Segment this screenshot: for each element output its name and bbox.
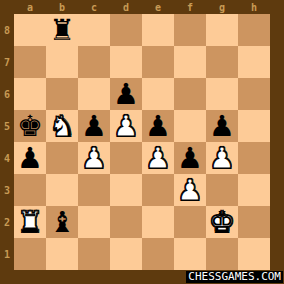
square-b8[interactable]: ♜ (46, 14, 78, 46)
square-g7[interactable] (206, 46, 238, 78)
rank-label-3: 3 (0, 174, 14, 206)
square-a7[interactable] (14, 46, 46, 78)
square-h2[interactable] (238, 206, 270, 238)
file-label-d: d (110, 0, 142, 14)
white-king[interactable]: ♚ (209, 206, 235, 238)
square-a1[interactable] (14, 238, 46, 270)
square-c2[interactable] (78, 206, 110, 238)
square-a3[interactable] (14, 174, 46, 206)
white-pawn[interactable]: ♟ (145, 142, 171, 174)
square-f2[interactable] (174, 206, 206, 238)
rank-label-1: 1 (0, 238, 14, 270)
black-pawn[interactable]: ♟ (17, 142, 43, 174)
file-label-h: h (238, 0, 270, 14)
square-e8[interactable] (142, 14, 174, 46)
white-pawn[interactable]: ♟ (177, 174, 203, 206)
square-f5[interactable] (174, 110, 206, 142)
file-label-b: b (46, 0, 78, 14)
rank-label-7: 7 (0, 46, 14, 78)
square-d2[interactable] (110, 206, 142, 238)
square-f1[interactable] (174, 238, 206, 270)
square-g3[interactable] (206, 174, 238, 206)
square-a4[interactable]: ♟ (14, 142, 46, 174)
board: ♜♟♚♞♟♟♟♟♟♟♟♟♟♟♜♝♚ (14, 14, 270, 270)
rank-label-2: 2 (0, 206, 14, 238)
square-c6[interactable] (78, 78, 110, 110)
square-a8[interactable] (14, 14, 46, 46)
file-label-g: g (206, 0, 238, 14)
square-g6[interactable] (206, 78, 238, 110)
square-h3[interactable] (238, 174, 270, 206)
square-g2[interactable]: ♚ (206, 206, 238, 238)
square-d5[interactable]: ♟ (110, 110, 142, 142)
black-bishop[interactable]: ♝ (49, 206, 75, 238)
file-label-a: a (14, 0, 46, 14)
square-c4[interactable]: ♟ (78, 142, 110, 174)
square-e5[interactable]: ♟ (142, 110, 174, 142)
square-h1[interactable] (238, 238, 270, 270)
square-d4[interactable] (110, 142, 142, 174)
square-c5[interactable]: ♟ (78, 110, 110, 142)
black-rook[interactable]: ♜ (49, 14, 75, 46)
square-e2[interactable] (142, 206, 174, 238)
square-f6[interactable] (174, 78, 206, 110)
file-label-c: c (78, 0, 110, 14)
square-g5[interactable]: ♟ (206, 110, 238, 142)
square-f7[interactable] (174, 46, 206, 78)
white-pawn[interactable]: ♟ (81, 142, 107, 174)
black-pawn[interactable]: ♟ (81, 110, 107, 142)
square-b3[interactable] (46, 174, 78, 206)
rank-label-4: 4 (0, 142, 14, 174)
file-labels: abcdefgh (14, 0, 270, 14)
square-c3[interactable] (78, 174, 110, 206)
square-e7[interactable] (142, 46, 174, 78)
square-f4[interactable]: ♟ (174, 142, 206, 174)
square-a6[interactable] (14, 78, 46, 110)
square-d7[interactable] (110, 46, 142, 78)
square-a2[interactable]: ♜ (14, 206, 46, 238)
square-h4[interactable] (238, 142, 270, 174)
square-f8[interactable] (174, 14, 206, 46)
black-pawn[interactable]: ♟ (145, 110, 171, 142)
square-b6[interactable] (46, 78, 78, 110)
black-king[interactable]: ♚ (17, 110, 43, 142)
square-e4[interactable]: ♟ (142, 142, 174, 174)
square-h5[interactable] (238, 110, 270, 142)
site-watermark: CHESSGAMES.COM (186, 271, 283, 283)
rank-label-5: 5 (0, 110, 14, 142)
file-label-f: f (174, 0, 206, 14)
square-d3[interactable] (110, 174, 142, 206)
black-pawn[interactable]: ♟ (113, 78, 139, 110)
file-label-e: e (142, 0, 174, 14)
square-b7[interactable] (46, 46, 78, 78)
square-e6[interactable] (142, 78, 174, 110)
white-pawn[interactable]: ♟ (209, 142, 235, 174)
square-b2[interactable]: ♝ (46, 206, 78, 238)
square-c8[interactable] (78, 14, 110, 46)
square-d1[interactable] (110, 238, 142, 270)
square-f3[interactable]: ♟ (174, 174, 206, 206)
white-rook[interactable]: ♜ (17, 206, 43, 238)
square-d8[interactable] (110, 14, 142, 46)
square-d6[interactable]: ♟ (110, 78, 142, 110)
black-pawn[interactable]: ♟ (177, 142, 203, 174)
square-a5[interactable]: ♚ (14, 110, 46, 142)
white-pawn[interactable]: ♟ (113, 110, 139, 142)
square-h7[interactable] (238, 46, 270, 78)
white-knight[interactable]: ♞ (49, 110, 75, 142)
square-b5[interactable]: ♞ (46, 110, 78, 142)
rank-label-8: 8 (0, 14, 14, 46)
square-g4[interactable]: ♟ (206, 142, 238, 174)
square-h8[interactable] (238, 14, 270, 46)
square-g8[interactable] (206, 14, 238, 46)
black-pawn[interactable]: ♟ (209, 110, 235, 142)
square-c7[interactable] (78, 46, 110, 78)
square-c1[interactable] (78, 238, 110, 270)
square-e1[interactable] (142, 238, 174, 270)
rank-label-6: 6 (0, 78, 14, 110)
square-h6[interactable] (238, 78, 270, 110)
square-b4[interactable] (46, 142, 78, 174)
square-g1[interactable] (206, 238, 238, 270)
rank-labels: 87654321 (0, 14, 14, 270)
square-b1[interactable] (46, 238, 78, 270)
chess-diagram: abcdefgh 87654321 ♜♟♚♞♟♟♟♟♟♟♟♟♟♟♜♝♚ CHES… (0, 0, 284, 284)
square-e3[interactable] (142, 174, 174, 206)
